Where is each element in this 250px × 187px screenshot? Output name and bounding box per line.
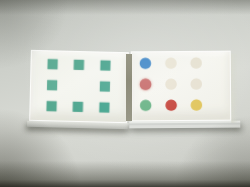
photo-scene: ■■■■■■■■ ●●●●●●●●● <box>0 0 250 187</box>
photo-vignette <box>0 0 250 187</box>
